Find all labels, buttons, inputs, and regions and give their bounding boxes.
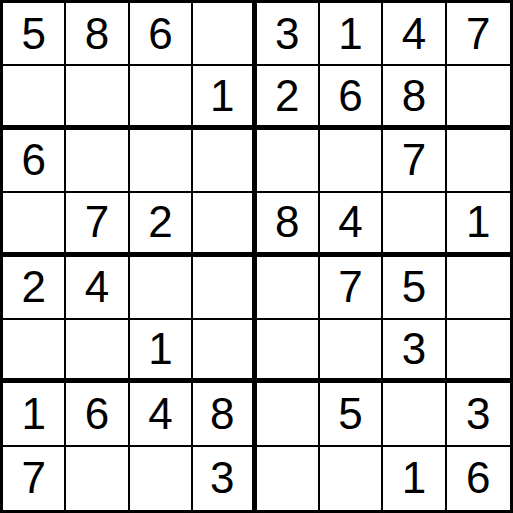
cell-r8c1-given[interactable]: 7 <box>3 447 66 510</box>
cell-r2c2-empty[interactable] <box>66 66 129 129</box>
cell-r8c5-empty[interactable] <box>257 447 320 510</box>
cell-r1c3-given[interactable]: 6 <box>130 3 193 66</box>
cell-r3c2-empty[interactable] <box>66 130 129 193</box>
cell-r4c7-empty[interactable] <box>383 193 446 256</box>
sudoku-board: 5863147126867728412475131648537316 <box>0 0 513 513</box>
cell-r5c3-empty[interactable] <box>130 257 193 320</box>
cell-r7c3-given[interactable]: 4 <box>130 383 193 446</box>
cell-r4c8-given[interactable]: 1 <box>447 193 510 256</box>
cell-r4c1-empty[interactable] <box>3 193 66 256</box>
cell-r5c5-empty[interactable] <box>257 257 320 320</box>
cell-r1c7-given[interactable]: 4 <box>383 3 446 66</box>
cell-r7c4-given[interactable]: 8 <box>193 383 256 446</box>
cell-r2c1-empty[interactable] <box>3 66 66 129</box>
cell-r2c4-given[interactable]: 1 <box>193 66 256 129</box>
cell-r4c5-given[interactable]: 8 <box>257 193 320 256</box>
cell-r8c8-given[interactable]: 6 <box>447 447 510 510</box>
cell-r4c3-given[interactable]: 2 <box>130 193 193 256</box>
cell-r2c8-empty[interactable] <box>447 66 510 129</box>
cell-r1c6-given[interactable]: 1 <box>320 3 383 66</box>
cell-r1c4-empty[interactable] <box>193 3 256 66</box>
cell-r6c6-empty[interactable] <box>320 320 383 383</box>
cell-r8c2-empty[interactable] <box>66 447 129 510</box>
cell-r3c5-empty[interactable] <box>257 130 320 193</box>
cell-r2c5-given[interactable]: 2 <box>257 66 320 129</box>
cell-r8c4-given[interactable]: 3 <box>193 447 256 510</box>
cell-r6c8-empty[interactable] <box>447 320 510 383</box>
cell-r6c4-empty[interactable] <box>193 320 256 383</box>
cell-r6c2-empty[interactable] <box>66 320 129 383</box>
cell-r8c3-empty[interactable] <box>130 447 193 510</box>
cell-r8c6-empty[interactable] <box>320 447 383 510</box>
cell-r1c1-given[interactable]: 5 <box>3 3 66 66</box>
cell-r6c5-empty[interactable] <box>257 320 320 383</box>
cell-r7c8-given[interactable]: 3 <box>447 383 510 446</box>
cell-r2c3-empty[interactable] <box>130 66 193 129</box>
cell-r4c6-given[interactable]: 4 <box>320 193 383 256</box>
cell-r4c4-empty[interactable] <box>193 193 256 256</box>
cell-r5c6-given[interactable]: 7 <box>320 257 383 320</box>
cell-r1c5-given[interactable]: 3 <box>257 3 320 66</box>
cell-r7c1-given[interactable]: 1 <box>3 383 66 446</box>
cell-r2c6-given[interactable]: 6 <box>320 66 383 129</box>
cell-r4c2-given[interactable]: 7 <box>66 193 129 256</box>
cell-r3c7-given[interactable]: 7 <box>383 130 446 193</box>
cell-r3c1-given[interactable]: 6 <box>3 130 66 193</box>
cell-r5c2-given[interactable]: 4 <box>66 257 129 320</box>
cell-r3c4-empty[interactable] <box>193 130 256 193</box>
cell-r5c7-given[interactable]: 5 <box>383 257 446 320</box>
cell-r3c6-empty[interactable] <box>320 130 383 193</box>
cell-r6c1-empty[interactable] <box>3 320 66 383</box>
cell-r5c4-empty[interactable] <box>193 257 256 320</box>
cell-r1c2-given[interactable]: 8 <box>66 3 129 66</box>
cell-r7c6-given[interactable]: 5 <box>320 383 383 446</box>
cell-r6c3-given[interactable]: 1 <box>130 320 193 383</box>
cell-r1c8-given[interactable]: 7 <box>447 3 510 66</box>
cell-r7c5-empty[interactable] <box>257 383 320 446</box>
cell-r5c1-given[interactable]: 2 <box>3 257 66 320</box>
cell-r6c7-given[interactable]: 3 <box>383 320 446 383</box>
cell-r7c2-given[interactable]: 6 <box>66 383 129 446</box>
cell-r7c7-empty[interactable] <box>383 383 446 446</box>
cell-r3c3-empty[interactable] <box>130 130 193 193</box>
cell-r5c8-empty[interactable] <box>447 257 510 320</box>
cell-r3c8-empty[interactable] <box>447 130 510 193</box>
cell-r8c7-given[interactable]: 1 <box>383 447 446 510</box>
cell-r2c7-given[interactable]: 8 <box>383 66 446 129</box>
